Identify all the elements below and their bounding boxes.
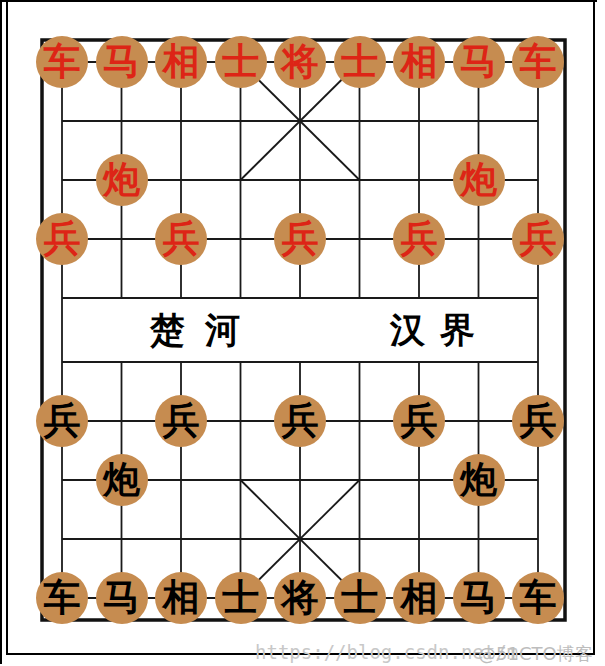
- piece-glyph: 兵: [401, 402, 438, 439]
- piece-glyph: 炮: [103, 161, 140, 198]
- piece-glyph: 马: [103, 43, 140, 80]
- piece-glyph: 车: [44, 43, 81, 80]
- piece-glyph: 兵: [163, 220, 200, 257]
- piece-glyph: 兵: [520, 402, 557, 439]
- piece-red-soldier[interactable]: 兵: [36, 213, 88, 265]
- piece-black-elephant[interactable]: 相: [393, 572, 445, 624]
- piece-black-soldier[interactable]: 兵: [512, 395, 564, 447]
- piece-black-elephant[interactable]: 相: [155, 572, 207, 624]
- xiangqi-board: 车马相士将士相马车炮炮兵兵兵兵兵兵兵兵兵兵炮炮车马相士将士相马车: [32, 33, 568, 628]
- piece-red-soldier[interactable]: 兵: [274, 213, 326, 265]
- piece-glyph: 兵: [520, 220, 557, 257]
- piece-glyph: 兵: [282, 220, 319, 257]
- piece-black-cannon[interactable]: 炮: [96, 454, 148, 506]
- piece-glyph: 将: [282, 579, 319, 616]
- piece-red-soldier[interactable]: 兵: [393, 213, 445, 265]
- piece-red-advisor[interactable]: 士: [334, 36, 386, 88]
- piece-glyph: 兵: [282, 402, 319, 439]
- piece-glyph: 相: [163, 43, 200, 80]
- piece-black-soldier[interactable]: 兵: [155, 395, 207, 447]
- piece-glyph: 车: [520, 579, 557, 616]
- piece-red-chariot[interactable]: 车: [36, 36, 88, 88]
- piece-red-advisor[interactable]: 士: [215, 36, 267, 88]
- piece-red-elephant[interactable]: 相: [393, 36, 445, 88]
- piece-black-horse[interactable]: 马: [96, 572, 148, 624]
- piece-glyph: 炮: [103, 461, 140, 498]
- watermark-51cto-badge: @51CTO博客: [478, 642, 593, 666]
- piece-red-chariot[interactable]: 车: [512, 36, 564, 88]
- piece-glyph: 兵: [163, 402, 200, 439]
- piece-glyph: 兵: [401, 220, 438, 257]
- piece-black-chariot[interactable]: 车: [36, 572, 88, 624]
- piece-red-horse[interactable]: 马: [453, 36, 505, 88]
- piece-black-soldier[interactable]: 兵: [36, 395, 88, 447]
- piece-black-soldier[interactable]: 兵: [274, 395, 326, 447]
- piece-red-cannon[interactable]: 炮: [96, 154, 148, 206]
- piece-red-horse[interactable]: 马: [96, 36, 148, 88]
- piece-glyph: 士: [341, 43, 378, 80]
- piece-black-soldier[interactable]: 兵: [393, 395, 445, 447]
- piece-glyph: 车: [520, 43, 557, 80]
- piece-red-cannon[interactable]: 炮: [453, 154, 505, 206]
- piece-black-advisor[interactable]: 士: [215, 572, 267, 624]
- piece-red-general[interactable]: 将: [274, 36, 326, 88]
- piece-red-elephant[interactable]: 相: [155, 36, 207, 88]
- piece-glyph: 炮: [460, 161, 497, 198]
- piece-black-chariot[interactable]: 车: [512, 572, 564, 624]
- piece-black-general[interactable]: 将: [274, 572, 326, 624]
- piece-glyph: 相: [163, 579, 200, 616]
- piece-glyph: 车: [44, 579, 81, 616]
- piece-glyph: 士: [222, 579, 259, 616]
- piece-glyph: 兵: [44, 220, 81, 257]
- xiangqi-diagram-page: { "game": { "name": "xiangqi", "variant_…: [0, 0, 605, 666]
- piece-red-soldier[interactable]: 兵: [512, 213, 564, 265]
- piece-glyph: 将: [282, 43, 319, 80]
- piece-black-horse[interactable]: 马: [453, 572, 505, 624]
- piece-black-advisor[interactable]: 士: [334, 572, 386, 624]
- piece-glyph: 马: [460, 579, 497, 616]
- piece-glyph: 士: [222, 43, 259, 80]
- piece-glyph: 相: [401, 579, 438, 616]
- piece-black-cannon[interactable]: 炮: [453, 454, 505, 506]
- piece-glyph: 士: [341, 579, 378, 616]
- piece-glyph: 马: [103, 579, 140, 616]
- piece-red-soldier[interactable]: 兵: [155, 213, 207, 265]
- piece-glyph: 炮: [460, 461, 497, 498]
- piece-glyph: 相: [401, 43, 438, 80]
- piece-glyph: 马: [460, 43, 497, 80]
- piece-glyph: 兵: [44, 402, 81, 439]
